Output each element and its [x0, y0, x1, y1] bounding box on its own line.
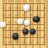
black-stone[interactable]	[12, 33, 19, 40]
black-stone[interactable]	[29, 28, 36, 35]
white-stone[interactable]	[23, 4, 30, 11]
black-stone[interactable]	[33, 16, 40, 23]
white-stone[interactable]	[17, 18, 24, 25]
go-board[interactable]	[0, 0, 48, 48]
white-stone[interactable]	[0, 21, 6, 28]
black-stone[interactable]	[22, 28, 29, 35]
white-stone[interactable]	[24, 19, 31, 26]
